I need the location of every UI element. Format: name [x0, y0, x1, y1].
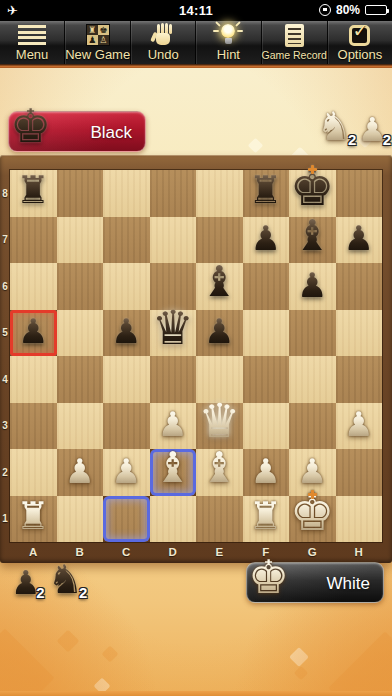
square-d8[interactable]	[150, 170, 197, 217]
black-king-g8[interactable]: ♚	[290, 163, 335, 213]
captured-count: 2	[79, 584, 87, 601]
rank-label-4: 4	[0, 356, 10, 403]
square-f2[interactable]: ♟	[243, 449, 290, 496]
undo-button[interactable]: Undo	[130, 21, 195, 64]
square-a2[interactable]	[10, 449, 57, 496]
hint-lightbulb-icon	[215, 23, 241, 47]
game-record-label: Game Record	[262, 48, 327, 62]
board-squares: ♜♜♚♟♝♟♝♟♟♟♛♟♟♛♟♟♟♝♝♟♟♜♜♚	[10, 170, 382, 542]
square-e3[interactable]: ♛	[196, 403, 243, 450]
square-a1[interactable]: ♜	[10, 496, 57, 543]
square-a4[interactable]	[10, 356, 57, 403]
menu-label: Menu	[16, 48, 49, 62]
square-b3[interactable]	[57, 403, 104, 450]
file-label-g: G	[289, 542, 336, 561]
square-b4[interactable]	[57, 356, 104, 403]
captured-count: 2	[383, 131, 391, 148]
square-f4[interactable]	[243, 356, 290, 403]
white-bishop-e2[interactable]: ♝	[200, 447, 238, 489]
square-h3[interactable]: ♟	[336, 403, 383, 450]
square-g3[interactable]	[289, 403, 336, 450]
rank-label-1: 1	[0, 496, 10, 543]
king-cross-accent	[311, 490, 314, 499]
battery-percent: 80%	[336, 3, 360, 17]
square-c4[interactable]	[103, 356, 150, 403]
file-label-e: E	[196, 542, 243, 561]
battery-icon	[365, 5, 387, 15]
white-rook-a1[interactable]: ♜	[16, 497, 50, 535]
menu-button[interactable]: Menu	[0, 21, 64, 64]
square-e8[interactable]	[196, 170, 243, 217]
orientation-lock-icon	[319, 4, 331, 16]
black-bishop-e6[interactable]: ♝	[200, 261, 238, 303]
square-h5[interactable]	[336, 310, 383, 357]
square-c3[interactable]	[103, 403, 150, 450]
square-c8[interactable]	[103, 170, 150, 217]
black-king-plate-icon: ♚	[10, 101, 51, 151]
square-g5[interactable]	[289, 310, 336, 357]
chess-board: 87654321 ♜♜♚♟♝♟♝♟♟♟♛♟♟♛♟♟♟♝♝♟♟♜♜♚ ABCDEF…	[0, 155, 392, 563]
new-game-icon: ♜♚♟♙	[86, 23, 110, 47]
rank-label-8: 8	[0, 170, 10, 217]
captured-white-knight: ♞2	[317, 106, 353, 146]
white-pawn-d3[interactable]: ♟	[158, 407, 188, 441]
white-player-label: White	[327, 563, 370, 604]
captured-black-pawn: ♟2	[11, 566, 41, 599]
square-b5[interactable]	[57, 310, 104, 357]
square-c5[interactable]: ♟	[103, 310, 150, 357]
toolbar-accent-line	[0, 64, 392, 68]
file-label-h: H	[336, 542, 383, 561]
square-h7[interactable]: ♟	[336, 217, 383, 264]
square-h1[interactable]	[336, 496, 383, 543]
file-label-c: C	[103, 542, 150, 561]
square-c1[interactable]	[103, 496, 150, 543]
options-button[interactable]: ✓ Options	[327, 21, 392, 64]
hint-button[interactable]: Hint	[195, 21, 260, 64]
black-rook-f8[interactable]: ♜	[249, 171, 283, 209]
black-pawn-a5[interactable]: ♟	[18, 314, 48, 348]
undo-label: Undo	[148, 48, 179, 62]
options-checkbox-icon: ✓	[349, 23, 370, 47]
square-f6[interactable]	[243, 263, 290, 310]
captured-black-knight: ♞2	[48, 559, 84, 599]
square-a6[interactable]	[10, 263, 57, 310]
square-f3[interactable]	[243, 403, 290, 450]
menu-icon	[18, 23, 46, 47]
black-pawn-f7[interactable]: ♟	[251, 221, 281, 255]
square-g1[interactable]: ♚	[289, 496, 336, 543]
rank-label-7: 7	[0, 217, 10, 264]
square-h2[interactable]	[336, 449, 383, 496]
square-b8[interactable]	[57, 170, 104, 217]
square-f5[interactable]	[243, 310, 290, 357]
square-e6[interactable]: ♝	[196, 263, 243, 310]
king-cross-accent	[311, 165, 314, 174]
options-label: Options	[338, 48, 383, 62]
square-a3[interactable]	[10, 403, 57, 450]
square-g4[interactable]	[289, 356, 336, 403]
square-a5[interactable]: ♟	[10, 310, 57, 357]
white-pawn-f2[interactable]: ♟	[251, 454, 281, 488]
square-g6[interactable]: ♟	[289, 263, 336, 310]
white-pawn-c2[interactable]: ♟	[111, 454, 141, 488]
square-a7[interactable]	[10, 217, 57, 264]
square-b7[interactable]	[57, 217, 104, 264]
square-e5[interactable]: ♟	[196, 310, 243, 357]
black-pawn-c5[interactable]: ♟	[111, 314, 141, 348]
captured-by-white-tray: ♟2♞2	[11, 559, 83, 599]
white-pawn-g2[interactable]: ♟	[297, 454, 327, 488]
square-g8[interactable]: ♚	[289, 170, 336, 217]
black-player-label: Black	[90, 112, 132, 153]
white-player-plate: ♚ White	[246, 562, 384, 603]
captured-by-black-tray: ♞2♟2	[317, 106, 387, 146]
square-c2[interactable]: ♟	[103, 449, 150, 496]
square-h6[interactable]	[336, 263, 383, 310]
black-queen-d5[interactable]: ♛	[152, 304, 194, 351]
square-c6[interactable]	[103, 263, 150, 310]
square-b1[interactable]	[57, 496, 104, 543]
white-pawn-b2[interactable]: ♟	[65, 454, 95, 488]
rank-label-2: 2	[0, 449, 10, 496]
captured-count: 2	[36, 584, 44, 601]
square-f1[interactable]: ♜	[243, 496, 290, 543]
captured-white-pawn: ♟2	[357, 113, 387, 146]
rank-label-5: 5	[0, 310, 10, 357]
square-f7[interactable]: ♟	[243, 217, 290, 264]
square-d5[interactable]: ♛	[150, 310, 197, 357]
undo-hand-icon	[151, 23, 175, 47]
black-player-plate: ♚ Black	[8, 111, 146, 152]
square-a8[interactable]: ♜	[10, 170, 57, 217]
rank-label-6: 6	[0, 263, 10, 310]
square-h8[interactable]	[336, 170, 383, 217]
black-bishop-g7[interactable]: ♝	[293, 215, 331, 257]
square-d7[interactable]	[150, 217, 197, 264]
chess-app-screen: ✈ 14:11 80% Menu ♜♚♟♙ New Game Undo	[0, 0, 392, 696]
white-king-plate-icon: ♚	[248, 552, 289, 602]
square-g7[interactable]: ♝	[289, 217, 336, 264]
new-game-button[interactable]: ♜♚♟♙ New Game	[64, 21, 130, 64]
square-h4[interactable]	[336, 356, 383, 403]
square-d2[interactable]: ♝	[150, 449, 197, 496]
black-pawn-g6[interactable]: ♟	[297, 268, 327, 302]
black-pawn-h7[interactable]: ♟	[344, 221, 374, 255]
square-d4[interactable]	[150, 356, 197, 403]
square-e1[interactable]	[196, 496, 243, 543]
rank-label-3: 3	[0, 403, 10, 450]
black-rook-a8[interactable]: ♜	[16, 171, 50, 209]
square-d3[interactable]: ♟	[150, 403, 197, 450]
hint-label: Hint	[217, 48, 240, 62]
white-bishop-d2[interactable]: ♝	[154, 447, 192, 489]
square-e7[interactable]	[196, 217, 243, 264]
square-b6[interactable]	[57, 263, 104, 310]
rank-labels: 87654321	[0, 170, 10, 542]
square-e2[interactable]: ♝	[196, 449, 243, 496]
game-record-button[interactable]: Game Record	[261, 21, 327, 64]
bottom-strip	[0, 691, 392, 696]
square-d1[interactable]	[150, 496, 197, 543]
new-game-label: New Game	[65, 48, 130, 62]
white-king-g1[interactable]: ♚	[290, 488, 335, 538]
game-record-icon	[285, 23, 304, 47]
white-rook-f1[interactable]: ♜	[249, 497, 283, 535]
black-pawn-e5[interactable]: ♟	[204, 314, 234, 348]
white-pawn-h3[interactable]: ♟	[344, 407, 374, 441]
toolbar: Menu ♜♚♟♙ New Game Undo Hint Game Record…	[0, 20, 392, 64]
square-f8[interactable]: ♜	[243, 170, 290, 217]
captured-count: 2	[348, 131, 356, 148]
file-label-d: D	[150, 542, 197, 561]
status-bar: ✈ 14:11 80%	[0, 0, 392, 20]
square-c7[interactable]	[103, 217, 150, 264]
white-queen-e3[interactable]: ♛	[198, 397, 240, 444]
square-b2[interactable]: ♟	[57, 449, 104, 496]
